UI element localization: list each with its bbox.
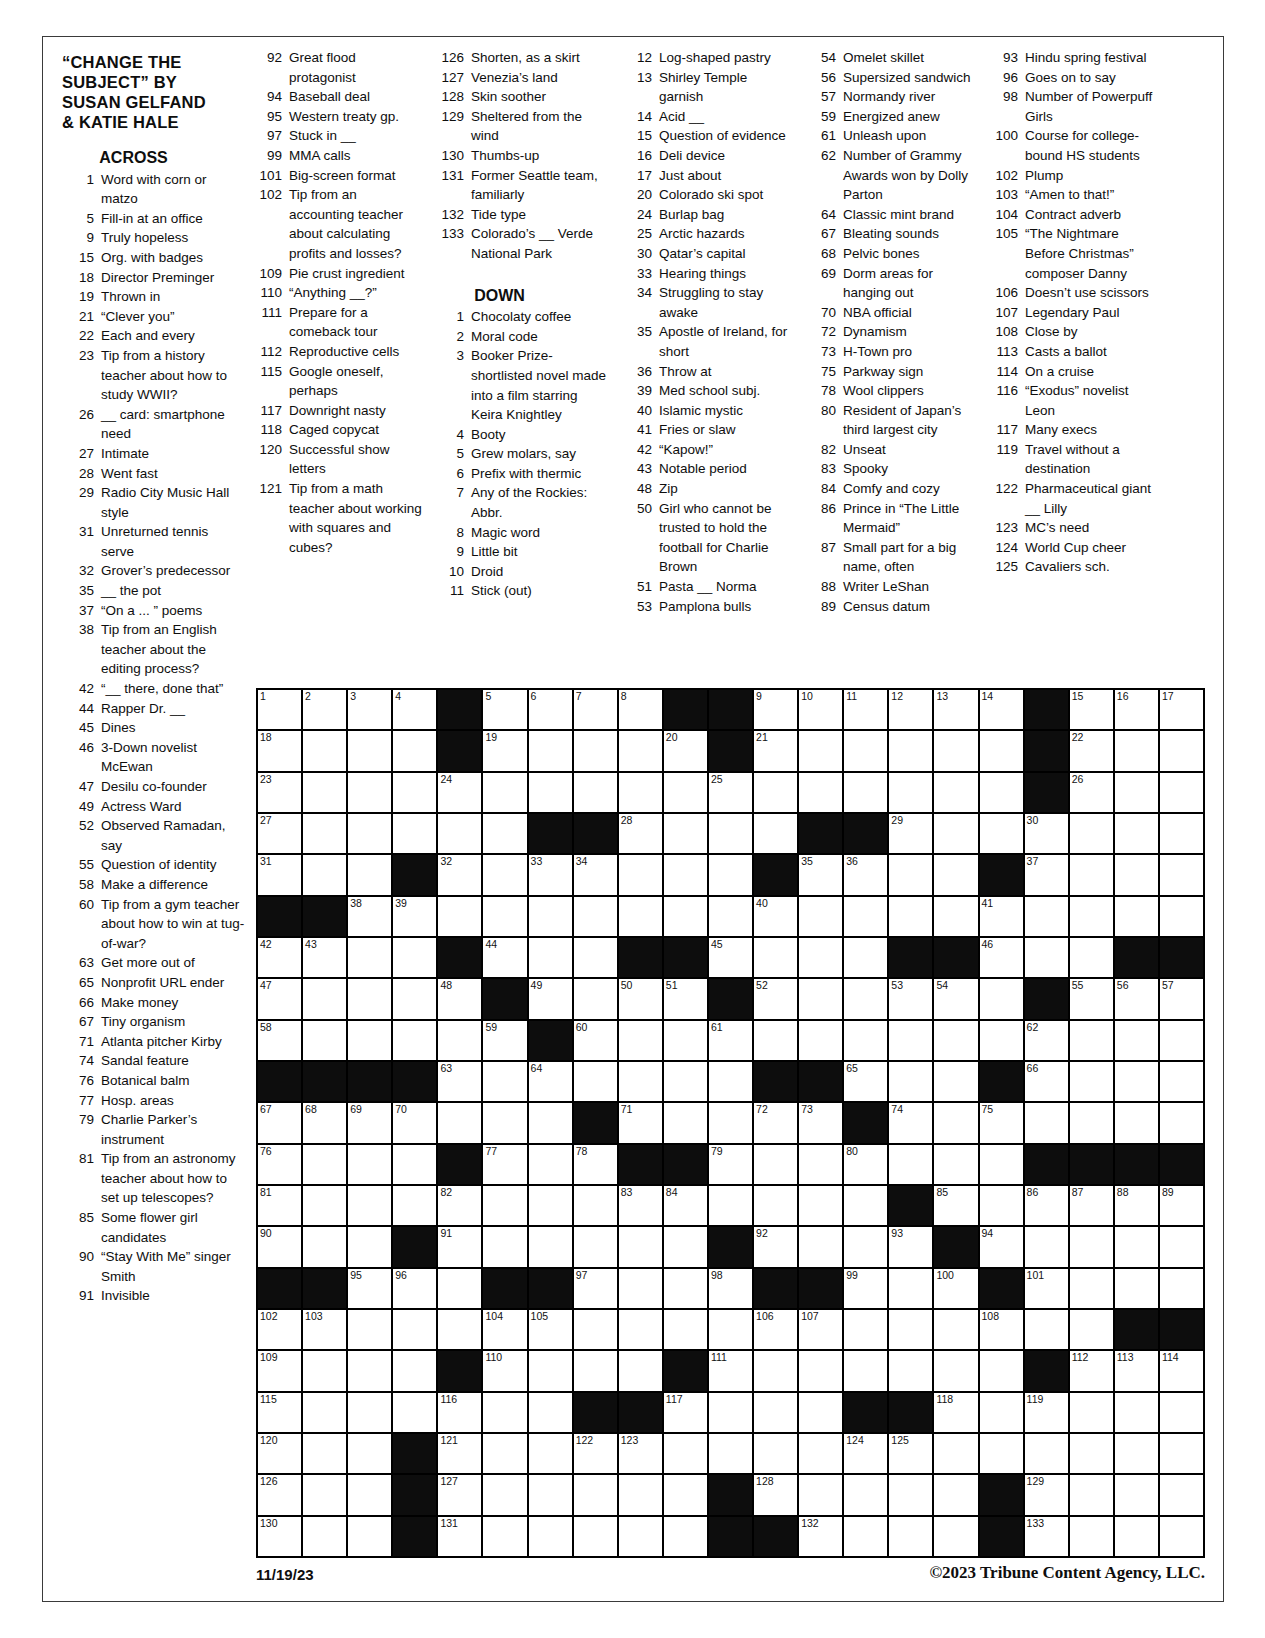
grid-cell-r16c12[interactable]: 106 bbox=[754, 1310, 797, 1349]
grid-cell-r13c5[interactable]: 82 bbox=[438, 1186, 481, 1225]
grid-cell-r2c13[interactable] bbox=[799, 731, 842, 770]
grid-cell-r6c12[interactable]: 40 bbox=[754, 897, 797, 936]
grid-cell-r19c18[interactable] bbox=[1025, 1434, 1068, 1473]
grid-cell-r18c4[interactable] bbox=[393, 1393, 436, 1432]
grid-cell-r8c7[interactable]: 49 bbox=[529, 979, 572, 1018]
grid-cell-r5c7[interactable]: 33 bbox=[529, 855, 572, 894]
grid-cell-r12c8[interactable]: 78 bbox=[574, 1145, 617, 1184]
grid-cell-r16c1[interactable]: 102 bbox=[258, 1310, 301, 1349]
grid-cell-r18c1[interactable]: 115 bbox=[258, 1393, 301, 1432]
grid-cell-r5c16[interactable] bbox=[934, 855, 977, 894]
grid-cell-r20c20[interactable] bbox=[1115, 1475, 1158, 1514]
grid-cell-r1c4[interactable]: 4 bbox=[393, 690, 436, 729]
grid-cell-r17c14[interactable] bbox=[844, 1351, 887, 1390]
grid-cell-r2c7[interactable] bbox=[529, 731, 572, 770]
grid-cell-r10c18[interactable]: 66 bbox=[1025, 1062, 1068, 1101]
grid-cell-r4c6[interactable] bbox=[483, 814, 526, 853]
grid-cell-r2c9[interactable] bbox=[619, 731, 662, 770]
grid-cell-r14c7[interactable] bbox=[529, 1227, 572, 1266]
grid-cell-r19c1[interactable]: 120 bbox=[258, 1434, 301, 1473]
grid-cell-r13c19[interactable]: 87 bbox=[1070, 1186, 1113, 1225]
grid-cell-r14c12[interactable]: 92 bbox=[754, 1227, 797, 1266]
grid-cell-r14c13[interactable] bbox=[799, 1227, 842, 1266]
grid-cell-r2c2[interactable] bbox=[303, 731, 346, 770]
grid-cell-r19c6[interactable] bbox=[483, 1434, 526, 1473]
grid-cell-r15c14[interactable]: 99 bbox=[844, 1269, 887, 1308]
grid-cell-r9c18[interactable]: 62 bbox=[1025, 1021, 1068, 1060]
grid-cell-r2c1[interactable]: 18 bbox=[258, 731, 301, 770]
grid-cell-r9c5[interactable] bbox=[438, 1021, 481, 1060]
grid-cell-r1c15[interactable]: 12 bbox=[889, 690, 932, 729]
grid-cell-r18c18[interactable]: 119 bbox=[1025, 1393, 1068, 1432]
grid-cell-r7c17[interactable]: 46 bbox=[980, 938, 1023, 977]
grid-cell-r8c21[interactable]: 57 bbox=[1160, 979, 1203, 1018]
grid-cell-r18c11[interactable] bbox=[709, 1393, 752, 1432]
grid-cell-r6c10[interactable] bbox=[664, 897, 707, 936]
grid-cell-r1c17[interactable]: 14 bbox=[980, 690, 1023, 729]
grid-cell-r15c10[interactable] bbox=[664, 1269, 707, 1308]
grid-cell-r5c19[interactable] bbox=[1070, 855, 1113, 894]
grid-cell-r19c7[interactable] bbox=[529, 1434, 572, 1473]
grid-cell-r12c15[interactable] bbox=[889, 1145, 932, 1184]
grid-cell-r8c2[interactable] bbox=[303, 979, 346, 1018]
grid-cell-r9c11[interactable]: 61 bbox=[709, 1021, 752, 1060]
grid-cell-r11c21[interactable] bbox=[1160, 1103, 1203, 1142]
grid-cell-r20c12[interactable]: 128 bbox=[754, 1475, 797, 1514]
grid-cell-r9c17[interactable] bbox=[980, 1021, 1023, 1060]
grid-cell-r11c7[interactable] bbox=[529, 1103, 572, 1142]
grid-cell-r14c18[interactable] bbox=[1025, 1227, 1068, 1266]
grid-cell-r7c13[interactable] bbox=[799, 938, 842, 977]
grid-cell-r16c5[interactable] bbox=[438, 1310, 481, 1349]
grid-cell-r4c20[interactable] bbox=[1115, 814, 1158, 853]
grid-cell-r17c9[interactable] bbox=[619, 1351, 662, 1390]
grid-cell-r20c7[interactable] bbox=[529, 1475, 572, 1514]
grid-cell-r8c17[interactable] bbox=[980, 979, 1023, 1018]
grid-cell-r5c8[interactable]: 34 bbox=[574, 855, 617, 894]
grid-cell-r3c3[interactable] bbox=[348, 773, 391, 812]
grid-cell-r2c10[interactable]: 20 bbox=[664, 731, 707, 770]
grid-cell-r2c8[interactable] bbox=[574, 731, 617, 770]
grid-cell-r9c1[interactable]: 58 bbox=[258, 1021, 301, 1060]
grid-cell-r13c20[interactable]: 88 bbox=[1115, 1186, 1158, 1225]
grid-cell-r19c16[interactable] bbox=[934, 1434, 977, 1473]
grid-cell-r4c17[interactable] bbox=[980, 814, 1023, 853]
grid-cell-r4c18[interactable]: 30 bbox=[1025, 814, 1068, 853]
grid-cell-r6c8[interactable] bbox=[574, 897, 617, 936]
grid-cell-r8c5[interactable]: 48 bbox=[438, 979, 481, 1018]
grid-cell-r3c13[interactable] bbox=[799, 773, 842, 812]
grid-cell-r17c1[interactable]: 109 bbox=[258, 1351, 301, 1390]
grid-cell-r2c4[interactable] bbox=[393, 731, 436, 770]
grid-cell-r21c18[interactable]: 133 bbox=[1025, 1517, 1068, 1556]
grid-cell-r13c17[interactable] bbox=[980, 1186, 1023, 1225]
grid-cell-r10c11[interactable] bbox=[709, 1062, 752, 1101]
grid-cell-r21c14[interactable] bbox=[844, 1517, 887, 1556]
grid-cell-r1c13[interactable]: 10 bbox=[799, 690, 842, 729]
grid-cell-r9c15[interactable] bbox=[889, 1021, 932, 1060]
grid-cell-r10c5[interactable]: 63 bbox=[438, 1062, 481, 1101]
grid-cell-r14c3[interactable] bbox=[348, 1227, 391, 1266]
grid-cell-r18c2[interactable] bbox=[303, 1393, 346, 1432]
grid-cell-r13c6[interactable] bbox=[483, 1186, 526, 1225]
grid-cell-r12c7[interactable] bbox=[529, 1145, 572, 1184]
grid-cell-r4c5[interactable] bbox=[438, 814, 481, 853]
grid-cell-r13c2[interactable] bbox=[303, 1186, 346, 1225]
grid-cell-r9c13[interactable] bbox=[799, 1021, 842, 1060]
grid-cell-r20c10[interactable] bbox=[664, 1475, 707, 1514]
grid-cell-r7c12[interactable] bbox=[754, 938, 797, 977]
grid-cell-r19c9[interactable]: 123 bbox=[619, 1434, 662, 1473]
grid-cell-r12c3[interactable] bbox=[348, 1145, 391, 1184]
grid-cell-r10c14[interactable]: 65 bbox=[844, 1062, 887, 1101]
grid-cell-r16c8[interactable] bbox=[574, 1310, 617, 1349]
grid-cell-r13c18[interactable]: 86 bbox=[1025, 1186, 1068, 1225]
grid-cell-r8c3[interactable] bbox=[348, 979, 391, 1018]
grid-cell-r12c12[interactable] bbox=[754, 1145, 797, 1184]
grid-cell-r2c6[interactable]: 19 bbox=[483, 731, 526, 770]
grid-cell-r11c6[interactable] bbox=[483, 1103, 526, 1142]
grid-cell-r7c2[interactable]: 43 bbox=[303, 938, 346, 977]
grid-cell-r2c21[interactable] bbox=[1160, 731, 1203, 770]
grid-cell-r10c10[interactable] bbox=[664, 1062, 707, 1101]
grid-cell-r21c20[interactable] bbox=[1115, 1517, 1158, 1556]
grid-cell-r20c14[interactable] bbox=[844, 1475, 887, 1514]
grid-cell-r6c16[interactable] bbox=[934, 897, 977, 936]
grid-cell-r14c2[interactable] bbox=[303, 1227, 346, 1266]
grid-cell-r16c10[interactable] bbox=[664, 1310, 707, 1349]
grid-cell-r11c10[interactable] bbox=[664, 1103, 707, 1142]
grid-cell-r16c13[interactable]: 107 bbox=[799, 1310, 842, 1349]
grid-cell-r17c15[interactable] bbox=[889, 1351, 932, 1390]
grid-cell-r5c1[interactable]: 31 bbox=[258, 855, 301, 894]
grid-cell-r21c2[interactable] bbox=[303, 1517, 346, 1556]
grid-cell-r13c9[interactable]: 83 bbox=[619, 1186, 662, 1225]
grid-cell-r21c19[interactable] bbox=[1070, 1517, 1113, 1556]
grid-cell-r19c2[interactable] bbox=[303, 1434, 346, 1473]
grid-cell-r7c19[interactable] bbox=[1070, 938, 1113, 977]
grid-cell-r1c6[interactable]: 5 bbox=[483, 690, 526, 729]
grid-cell-r11c15[interactable]: 74 bbox=[889, 1103, 932, 1142]
grid-cell-r11c1[interactable]: 67 bbox=[258, 1103, 301, 1142]
grid-cell-r21c16[interactable] bbox=[934, 1517, 977, 1556]
grid-cell-r1c1[interactable]: 1 bbox=[258, 690, 301, 729]
grid-cell-r16c9[interactable] bbox=[619, 1310, 662, 1349]
grid-cell-r18c21[interactable] bbox=[1160, 1393, 1203, 1432]
grid-cell-r17c8[interactable] bbox=[574, 1351, 617, 1390]
grid-cell-r6c5[interactable] bbox=[438, 897, 481, 936]
grid-cell-r16c7[interactable]: 105 bbox=[529, 1310, 572, 1349]
grid-cell-r14c19[interactable] bbox=[1070, 1227, 1113, 1266]
grid-cell-r10c9[interactable] bbox=[619, 1062, 662, 1101]
grid-cell-r7c7[interactable] bbox=[529, 938, 572, 977]
grid-cell-r6c3[interactable]: 38 bbox=[348, 897, 391, 936]
grid-cell-r2c14[interactable] bbox=[844, 731, 887, 770]
grid-cell-r10c16[interactable] bbox=[934, 1062, 977, 1101]
grid-cell-r15c20[interactable] bbox=[1115, 1269, 1158, 1308]
grid-cell-r17c4[interactable] bbox=[393, 1351, 436, 1390]
grid-cell-r1c7[interactable]: 6 bbox=[529, 690, 572, 729]
grid-cell-r18c20[interactable] bbox=[1115, 1393, 1158, 1432]
grid-cell-r5c18[interactable]: 37 bbox=[1025, 855, 1068, 894]
grid-cell-r16c17[interactable]: 108 bbox=[980, 1310, 1023, 1349]
grid-cell-r21c9[interactable] bbox=[619, 1517, 662, 1556]
grid-cell-r20c15[interactable] bbox=[889, 1475, 932, 1514]
grid-cell-r11c5[interactable] bbox=[438, 1103, 481, 1142]
grid-cell-r13c4[interactable] bbox=[393, 1186, 436, 1225]
grid-cell-r21c13[interactable]: 132 bbox=[799, 1517, 842, 1556]
grid-cell-r2c16[interactable] bbox=[934, 731, 977, 770]
grid-cell-r14c5[interactable]: 91 bbox=[438, 1227, 481, 1266]
grid-cell-r16c3[interactable] bbox=[348, 1310, 391, 1349]
grid-cell-r12c6[interactable]: 77 bbox=[483, 1145, 526, 1184]
grid-cell-r8c16[interactable]: 54 bbox=[934, 979, 977, 1018]
grid-cell-r10c20[interactable] bbox=[1115, 1062, 1158, 1101]
grid-cell-r1c16[interactable]: 13 bbox=[934, 690, 977, 729]
grid-cell-r11c20[interactable] bbox=[1115, 1103, 1158, 1142]
grid-cell-r1c20[interactable]: 16 bbox=[1115, 690, 1158, 729]
grid-cell-r9c20[interactable] bbox=[1115, 1021, 1158, 1060]
grid-cell-r7c3[interactable] bbox=[348, 938, 391, 977]
grid-cell-r20c16[interactable] bbox=[934, 1475, 977, 1514]
grid-cell-r4c4[interactable] bbox=[393, 814, 436, 853]
grid-cell-r7c18[interactable] bbox=[1025, 938, 1068, 977]
grid-cell-r4c15[interactable]: 29 bbox=[889, 814, 932, 853]
grid-cell-r14c6[interactable] bbox=[483, 1227, 526, 1266]
grid-cell-r5c5[interactable]: 32 bbox=[438, 855, 481, 894]
grid-cell-r3c14[interactable] bbox=[844, 773, 887, 812]
grid-cell-r9c2[interactable] bbox=[303, 1021, 346, 1060]
grid-cell-r14c20[interactable] bbox=[1115, 1227, 1158, 1266]
grid-cell-r21c5[interactable]: 131 bbox=[438, 1517, 481, 1556]
grid-cell-r21c7[interactable] bbox=[529, 1517, 572, 1556]
grid-cell-r20c8[interactable] bbox=[574, 1475, 617, 1514]
grid-cell-r6c21[interactable] bbox=[1160, 897, 1203, 936]
grid-cell-r17c6[interactable]: 110 bbox=[483, 1351, 526, 1390]
grid-cell-r9c9[interactable] bbox=[619, 1021, 662, 1060]
grid-cell-r6c19[interactable] bbox=[1070, 897, 1113, 936]
grid-cell-r12c13[interactable] bbox=[799, 1145, 842, 1184]
grid-cell-r6c20[interactable] bbox=[1115, 897, 1158, 936]
grid-cell-r15c9[interactable] bbox=[619, 1269, 662, 1308]
grid-cell-r5c6[interactable] bbox=[483, 855, 526, 894]
grid-cell-r3c8[interactable] bbox=[574, 773, 617, 812]
grid-cell-r18c13[interactable] bbox=[799, 1393, 842, 1432]
grid-cell-r18c19[interactable] bbox=[1070, 1393, 1113, 1432]
grid-cell-r17c20[interactable]: 113 bbox=[1115, 1351, 1158, 1390]
grid-cell-r1c19[interactable]: 15 bbox=[1070, 690, 1113, 729]
grid-cell-r16c11[interactable] bbox=[709, 1310, 752, 1349]
grid-cell-r10c7[interactable]: 64 bbox=[529, 1062, 572, 1101]
grid-cell-r15c21[interactable] bbox=[1160, 1269, 1203, 1308]
grid-cell-r16c15[interactable] bbox=[889, 1310, 932, 1349]
grid-cell-r15c18[interactable]: 101 bbox=[1025, 1269, 1068, 1308]
grid-cell-r11c4[interactable]: 70 bbox=[393, 1103, 436, 1142]
grid-cell-r13c14[interactable] bbox=[844, 1186, 887, 1225]
grid-cell-r1c21[interactable]: 17 bbox=[1160, 690, 1203, 729]
grid-cell-r13c16[interactable]: 85 bbox=[934, 1186, 977, 1225]
grid-cell-r19c17[interactable] bbox=[980, 1434, 1023, 1473]
grid-cell-r2c17[interactable] bbox=[980, 731, 1023, 770]
grid-cell-r18c5[interactable]: 116 bbox=[438, 1393, 481, 1432]
grid-cell-r16c6[interactable]: 104 bbox=[483, 1310, 526, 1349]
grid-cell-r2c15[interactable] bbox=[889, 731, 932, 770]
grid-cell-r19c21[interactable] bbox=[1160, 1434, 1203, 1473]
grid-cell-r15c11[interactable]: 98 bbox=[709, 1269, 752, 1308]
grid-cell-r17c3[interactable] bbox=[348, 1351, 391, 1390]
grid-cell-r11c3[interactable]: 69 bbox=[348, 1103, 391, 1142]
grid-cell-r5c9[interactable] bbox=[619, 855, 662, 894]
grid-cell-r16c16[interactable] bbox=[934, 1310, 977, 1349]
grid-cell-r19c3[interactable] bbox=[348, 1434, 391, 1473]
grid-cell-r7c8[interactable] bbox=[574, 938, 617, 977]
grid-cell-r7c14[interactable] bbox=[844, 938, 887, 977]
grid-cell-r20c1[interactable]: 126 bbox=[258, 1475, 301, 1514]
grid-cell-r13c12[interactable] bbox=[754, 1186, 797, 1225]
grid-cell-r20c3[interactable] bbox=[348, 1475, 391, 1514]
grid-cell-r18c6[interactable] bbox=[483, 1393, 526, 1432]
grid-cell-r5c20[interactable] bbox=[1115, 855, 1158, 894]
grid-cell-r13c21[interactable]: 89 bbox=[1160, 1186, 1203, 1225]
grid-cell-r17c2[interactable] bbox=[303, 1351, 346, 1390]
grid-cell-r15c19[interactable] bbox=[1070, 1269, 1113, 1308]
grid-cell-r8c14[interactable] bbox=[844, 979, 887, 1018]
grid-cell-r21c10[interactable] bbox=[664, 1517, 707, 1556]
grid-cell-r8c8[interactable] bbox=[574, 979, 617, 1018]
grid-cell-r17c21[interactable]: 114 bbox=[1160, 1351, 1203, 1390]
grid-cell-r17c12[interactable] bbox=[754, 1351, 797, 1390]
grid-cell-r19c14[interactable]: 124 bbox=[844, 1434, 887, 1473]
grid-cell-r3c11[interactable]: 25 bbox=[709, 773, 752, 812]
grid-cell-r9c8[interactable]: 60 bbox=[574, 1021, 617, 1060]
grid-cell-r2c20[interactable] bbox=[1115, 731, 1158, 770]
grid-cell-r1c2[interactable]: 2 bbox=[303, 690, 346, 729]
grid-cell-r5c11[interactable] bbox=[709, 855, 752, 894]
grid-cell-r20c21[interactable] bbox=[1160, 1475, 1203, 1514]
grid-cell-r9c6[interactable]: 59 bbox=[483, 1021, 526, 1060]
grid-cell-r19c15[interactable]: 125 bbox=[889, 1434, 932, 1473]
grid-cell-r6c6[interactable] bbox=[483, 897, 526, 936]
grid-cell-r4c12[interactable] bbox=[754, 814, 797, 853]
grid-cell-r3c12[interactable] bbox=[754, 773, 797, 812]
grid-cell-r18c17[interactable] bbox=[980, 1393, 1023, 1432]
grid-cell-r1c14[interactable]: 11 bbox=[844, 690, 887, 729]
grid-cell-r13c10[interactable]: 84 bbox=[664, 1186, 707, 1225]
grid-cell-r16c2[interactable]: 103 bbox=[303, 1310, 346, 1349]
grid-cell-r1c12[interactable]: 9 bbox=[754, 690, 797, 729]
grid-cell-r3c5[interactable]: 24 bbox=[438, 773, 481, 812]
grid-cell-r3c10[interactable] bbox=[664, 773, 707, 812]
grid-cell-r7c11[interactable]: 45 bbox=[709, 938, 752, 977]
grid-cell-r14c10[interactable] bbox=[664, 1227, 707, 1266]
grid-cell-r5c2[interactable] bbox=[303, 855, 346, 894]
grid-cell-r4c10[interactable] bbox=[664, 814, 707, 853]
grid-cell-r15c4[interactable]: 96 bbox=[393, 1269, 436, 1308]
grid-cell-r12c17[interactable] bbox=[980, 1145, 1023, 1184]
grid-cell-r12c1[interactable]: 76 bbox=[258, 1145, 301, 1184]
grid-cell-r12c11[interactable]: 79 bbox=[709, 1145, 752, 1184]
grid-cell-r3c7[interactable] bbox=[529, 773, 572, 812]
grid-cell-r2c12[interactable]: 21 bbox=[754, 731, 797, 770]
grid-cell-r18c10[interactable]: 117 bbox=[664, 1393, 707, 1432]
grid-cell-r3c4[interactable] bbox=[393, 773, 436, 812]
grid-cell-r14c14[interactable] bbox=[844, 1227, 887, 1266]
grid-cell-r14c15[interactable]: 93 bbox=[889, 1227, 932, 1266]
grid-cell-r11c18[interactable] bbox=[1025, 1103, 1068, 1142]
grid-cell-r11c16[interactable] bbox=[934, 1103, 977, 1142]
grid-cell-r20c19[interactable] bbox=[1070, 1475, 1113, 1514]
grid-cell-r19c11[interactable] bbox=[709, 1434, 752, 1473]
grid-cell-r21c15[interactable] bbox=[889, 1517, 932, 1556]
grid-cell-r16c14[interactable] bbox=[844, 1310, 887, 1349]
grid-cell-r17c11[interactable]: 111 bbox=[709, 1351, 752, 1390]
grid-cell-r5c14[interactable]: 36 bbox=[844, 855, 887, 894]
grid-cell-r2c3[interactable] bbox=[348, 731, 391, 770]
grid-cell-r5c13[interactable]: 35 bbox=[799, 855, 842, 894]
grid-cell-r21c8[interactable] bbox=[574, 1517, 617, 1556]
grid-cell-r4c2[interactable] bbox=[303, 814, 346, 853]
grid-cell-r20c9[interactable] bbox=[619, 1475, 662, 1514]
grid-cell-r4c21[interactable] bbox=[1160, 814, 1203, 853]
grid-cell-r15c8[interactable]: 97 bbox=[574, 1269, 617, 1308]
grid-cell-r19c12[interactable] bbox=[754, 1434, 797, 1473]
grid-cell-r20c13[interactable] bbox=[799, 1475, 842, 1514]
grid-cell-r21c6[interactable] bbox=[483, 1517, 526, 1556]
grid-cell-r20c5[interactable]: 127 bbox=[438, 1475, 481, 1514]
grid-cell-r16c18[interactable] bbox=[1025, 1310, 1068, 1349]
crossword-grid[interactable]: 1234567891011121314151617181920212223242… bbox=[256, 688, 1205, 1558]
grid-cell-r6c17[interactable]: 41 bbox=[980, 897, 1023, 936]
grid-cell-r5c15[interactable] bbox=[889, 855, 932, 894]
grid-cell-r18c16[interactable]: 118 bbox=[934, 1393, 977, 1432]
grid-cell-r5c3[interactable] bbox=[348, 855, 391, 894]
grid-cell-r4c19[interactable] bbox=[1070, 814, 1113, 853]
grid-cell-r21c3[interactable] bbox=[348, 1517, 391, 1556]
grid-cell-r11c12[interactable]: 72 bbox=[754, 1103, 797, 1142]
grid-cell-r3c1[interactable]: 23 bbox=[258, 773, 301, 812]
grid-cell-r13c3[interactable] bbox=[348, 1186, 391, 1225]
grid-cell-r4c9[interactable]: 28 bbox=[619, 814, 662, 853]
grid-cell-r18c12[interactable] bbox=[754, 1393, 797, 1432]
grid-cell-r3c6[interactable] bbox=[483, 773, 526, 812]
grid-cell-r9c10[interactable] bbox=[664, 1021, 707, 1060]
grid-cell-r8c13[interactable] bbox=[799, 979, 842, 1018]
grid-cell-r14c1[interactable]: 90 bbox=[258, 1227, 301, 1266]
grid-cell-r6c13[interactable] bbox=[799, 897, 842, 936]
grid-cell-r14c9[interactable] bbox=[619, 1227, 662, 1266]
grid-cell-r12c16[interactable] bbox=[934, 1145, 977, 1184]
grid-cell-r6c4[interactable]: 39 bbox=[393, 897, 436, 936]
grid-cell-r11c19[interactable] bbox=[1070, 1103, 1113, 1142]
grid-cell-r1c9[interactable]: 8 bbox=[619, 690, 662, 729]
grid-cell-r1c8[interactable]: 7 bbox=[574, 690, 617, 729]
grid-cell-r16c19[interactable] bbox=[1070, 1310, 1113, 1349]
grid-cell-r6c18[interactable] bbox=[1025, 897, 1068, 936]
grid-cell-r3c2[interactable] bbox=[303, 773, 346, 812]
grid-cell-r9c3[interactable] bbox=[348, 1021, 391, 1060]
grid-cell-r15c16[interactable]: 100 bbox=[934, 1269, 977, 1308]
grid-cell-r10c19[interactable] bbox=[1070, 1062, 1113, 1101]
grid-cell-r8c20[interactable]: 56 bbox=[1115, 979, 1158, 1018]
grid-cell-r11c2[interactable]: 68 bbox=[303, 1103, 346, 1142]
grid-cell-r9c16[interactable] bbox=[934, 1021, 977, 1060]
grid-cell-r6c9[interactable] bbox=[619, 897, 662, 936]
grid-cell-r13c8[interactable] bbox=[574, 1186, 617, 1225]
grid-cell-r6c14[interactable] bbox=[844, 897, 887, 936]
grid-cell-r7c1[interactable]: 42 bbox=[258, 938, 301, 977]
grid-cell-r13c13[interactable] bbox=[799, 1186, 842, 1225]
grid-cell-r3c9[interactable] bbox=[619, 773, 662, 812]
